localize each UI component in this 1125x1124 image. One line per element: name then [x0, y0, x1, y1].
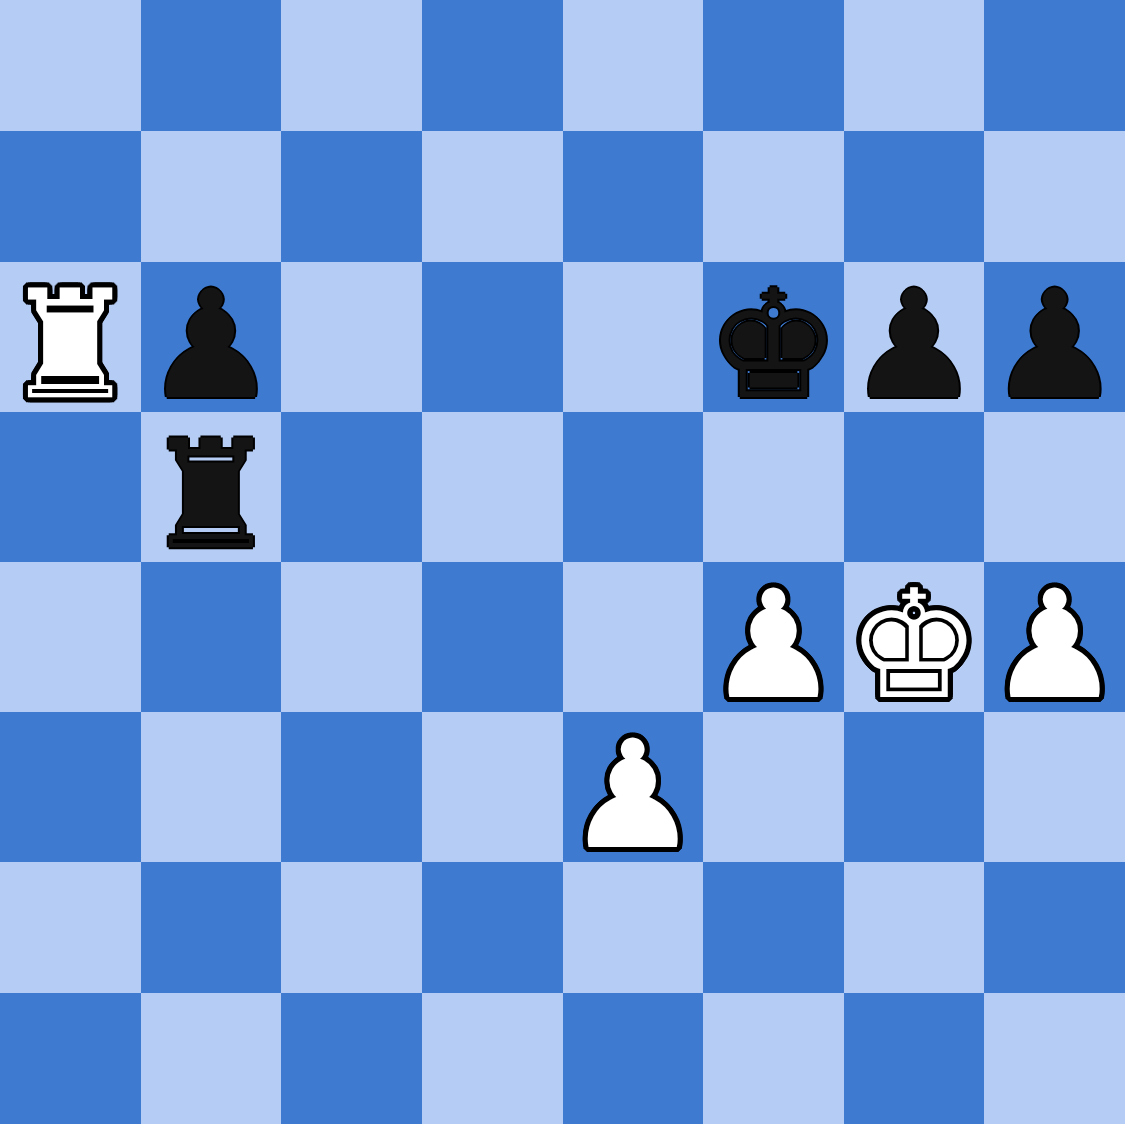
square-a1[interactable]: [0, 993, 141, 1124]
square-b2[interactable]: [141, 862, 282, 993]
square-f6[interactable]: ♚: [703, 262, 844, 412]
square-c1[interactable]: [281, 993, 422, 1124]
square-h3[interactable]: [984, 712, 1125, 862]
square-f5[interactable]: [703, 412, 844, 562]
square-g4[interactable]: ♚: [844, 562, 985, 712]
square-d6[interactable]: [422, 262, 563, 412]
black-king[interactable]: ♚: [706, 270, 840, 420]
square-b4[interactable]: [141, 562, 282, 712]
square-b7[interactable]: [141, 131, 282, 262]
square-c2[interactable]: [281, 862, 422, 993]
square-d1[interactable]: [422, 993, 563, 1124]
square-f4[interactable]: ♟: [703, 562, 844, 712]
square-f8[interactable]: [703, 0, 844, 131]
square-d8[interactable]: [422, 0, 563, 131]
white-pawn[interactable]: ♟: [566, 720, 700, 870]
square-e5[interactable]: [563, 412, 704, 562]
square-b1[interactable]: [141, 993, 282, 1124]
square-c4[interactable]: [281, 562, 422, 712]
square-h7[interactable]: [984, 131, 1125, 262]
square-f7[interactable]: [703, 131, 844, 262]
square-e4[interactable]: [563, 562, 704, 712]
square-b6[interactable]: ♟: [141, 262, 282, 412]
white-rook[interactable]: ♜: [3, 270, 137, 420]
square-g5[interactable]: [844, 412, 985, 562]
square-c6[interactable]: [281, 262, 422, 412]
white-king[interactable]: ♚: [847, 570, 981, 720]
square-d3[interactable]: [422, 712, 563, 862]
square-c3[interactable]: [281, 712, 422, 862]
black-pawn[interactable]: ♟: [987, 270, 1121, 420]
square-g3[interactable]: [844, 712, 985, 862]
square-e8[interactable]: [563, 0, 704, 131]
square-g2[interactable]: [844, 862, 985, 993]
square-c7[interactable]: [281, 131, 422, 262]
square-e7[interactable]: [563, 131, 704, 262]
square-g1[interactable]: [844, 993, 985, 1124]
square-a7[interactable]: [0, 131, 141, 262]
square-h6[interactable]: ♟: [984, 262, 1125, 412]
square-f2[interactable]: [703, 862, 844, 993]
square-g6[interactable]: ♟: [844, 262, 985, 412]
square-f1[interactable]: [703, 993, 844, 1124]
square-b5[interactable]: ♜: [141, 412, 282, 562]
black-pawn[interactable]: ♟: [144, 270, 278, 420]
white-pawn[interactable]: ♟: [706, 570, 840, 720]
square-e1[interactable]: [563, 993, 704, 1124]
square-h4[interactable]: ♟: [984, 562, 1125, 712]
square-a6[interactable]: ♜: [0, 262, 141, 412]
square-g7[interactable]: [844, 131, 985, 262]
square-b3[interactable]: [141, 712, 282, 862]
square-a8[interactable]: [0, 0, 141, 131]
chess-board: ♜♟♚♟♟♜♟♚♟♟: [0, 0, 1125, 1124]
square-c5[interactable]: [281, 412, 422, 562]
square-b8[interactable]: [141, 0, 282, 131]
square-c8[interactable]: [281, 0, 422, 131]
square-a4[interactable]: [0, 562, 141, 712]
square-h1[interactable]: [984, 993, 1125, 1124]
square-d5[interactable]: [422, 412, 563, 562]
square-d7[interactable]: [422, 131, 563, 262]
square-g8[interactable]: [844, 0, 985, 131]
square-d4[interactable]: [422, 562, 563, 712]
square-a2[interactable]: [0, 862, 141, 993]
square-a5[interactable]: [0, 412, 141, 562]
white-pawn[interactable]: ♟: [987, 570, 1121, 720]
black-rook[interactable]: ♜: [144, 420, 278, 570]
square-a3[interactable]: [0, 712, 141, 862]
square-h8[interactable]: [984, 0, 1125, 131]
square-h2[interactable]: [984, 862, 1125, 993]
square-e3[interactable]: ♟: [563, 712, 704, 862]
square-d2[interactable]: [422, 862, 563, 993]
square-h5[interactable]: [984, 412, 1125, 562]
square-f3[interactable]: [703, 712, 844, 862]
black-pawn[interactable]: ♟: [847, 270, 981, 420]
square-e6[interactable]: [563, 262, 704, 412]
